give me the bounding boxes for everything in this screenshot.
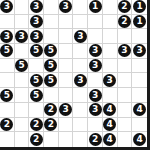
island-circle[interactable]: 4 bbox=[103, 103, 116, 116]
island-circle[interactable]: 2 bbox=[44, 118, 57, 131]
island-number: 3 bbox=[63, 105, 69, 114]
island-circle[interactable]: 3 bbox=[118, 44, 131, 57]
cell-r9c1[interactable]: 2 bbox=[0, 118, 15, 133]
cell-r10c1[interactable] bbox=[0, 132, 15, 147]
cell-r5c4[interactable]: 5 bbox=[44, 59, 59, 74]
cell-r8c4[interactable]: 2 bbox=[44, 103, 59, 118]
island-circle[interactable]: 2 bbox=[118, 15, 131, 28]
island-circle[interactable]: 3 bbox=[0, 0, 13, 13]
cell-r4c6[interactable] bbox=[73, 44, 88, 59]
cell-r9c10[interactable] bbox=[132, 118, 147, 133]
cell-r4c9[interactable]: 3 bbox=[118, 44, 133, 59]
cell-r3c8[interactable] bbox=[103, 29, 118, 44]
island-circle[interactable]: 3 bbox=[15, 30, 28, 43]
island-number: 3 bbox=[92, 91, 98, 100]
island-number: 3 bbox=[92, 61, 98, 70]
cell-r6c1[interactable] bbox=[0, 73, 15, 88]
cell-r7c3[interactable]: 5 bbox=[29, 88, 44, 103]
cell-r7c10[interactable] bbox=[132, 88, 147, 103]
island-number: 2 bbox=[121, 2, 127, 11]
cell-r6c10[interactable] bbox=[132, 73, 147, 88]
cell-r1c2[interactable] bbox=[15, 0, 30, 15]
island-number: 3 bbox=[33, 17, 39, 26]
island-number: 3 bbox=[92, 46, 98, 55]
island-circle[interactable]: 1 bbox=[89, 0, 102, 13]
island-number: 2 bbox=[48, 120, 54, 129]
cell-r3c7[interactable] bbox=[88, 29, 103, 44]
island-circle[interactable]: 3 bbox=[89, 89, 102, 102]
cell-r10c4[interactable] bbox=[44, 132, 59, 147]
island-circle[interactable]: 3 bbox=[30, 15, 43, 28]
island-circle[interactable]: 5 bbox=[0, 44, 13, 57]
cell-r4c7[interactable]: 3 bbox=[88, 44, 103, 59]
island-number: 5 bbox=[33, 76, 39, 85]
island-circle[interactable]: 3 bbox=[89, 59, 102, 72]
cell-r8c8[interactable]: 4 bbox=[103, 103, 118, 118]
island-number: 3 bbox=[107, 76, 113, 85]
island-number: 5 bbox=[48, 46, 54, 55]
cell-r10c5[interactable] bbox=[59, 132, 74, 147]
cell-r1c9[interactable]: 2 bbox=[118, 0, 133, 15]
cell-r10c8[interactable]: 4 bbox=[103, 132, 118, 147]
cell-r3c6[interactable]: 3 bbox=[73, 29, 88, 44]
cell-r6c8[interactable]: 3 bbox=[103, 73, 118, 88]
cell-r4c10[interactable]: 3 bbox=[132, 44, 147, 59]
island-circle[interactable]: 5 bbox=[30, 89, 43, 102]
island-number: 3 bbox=[18, 32, 24, 41]
island-circle[interactable]: 5 bbox=[0, 89, 13, 102]
cell-r10c10[interactable]: 4 bbox=[132, 132, 147, 147]
cell-r9c2[interactable] bbox=[15, 118, 30, 133]
cell-r10c3[interactable]: 2 bbox=[29, 132, 44, 147]
cell-r3c4[interactable] bbox=[44, 29, 59, 44]
island-circle[interactable]: 3 bbox=[59, 0, 72, 13]
island-circle[interactable]: 5 bbox=[44, 74, 57, 87]
cell-r9c7[interactable] bbox=[88, 118, 103, 133]
cell-r4c2[interactable] bbox=[15, 44, 30, 59]
island-number: 3 bbox=[63, 2, 69, 11]
cell-r4c8[interactable] bbox=[103, 44, 118, 59]
cell-r1c5[interactable]: 3 bbox=[59, 0, 74, 15]
cell-r2c3[interactable]: 3 bbox=[29, 15, 44, 30]
island-number: 3 bbox=[4, 2, 10, 11]
island-circle[interactable]: 2 bbox=[30, 133, 43, 146]
cell-r3c2[interactable]: 3 bbox=[15, 29, 30, 44]
island-circle[interactable]: 1 bbox=[133, 15, 146, 28]
cell-r4c4[interactable]: 5 bbox=[44, 44, 59, 59]
island-number: 4 bbox=[137, 105, 143, 114]
island-number: 3 bbox=[4, 32, 10, 41]
cell-r5c5[interactable] bbox=[59, 59, 74, 74]
cell-r6c7[interactable] bbox=[88, 73, 103, 88]
island-number: 4 bbox=[137, 135, 143, 144]
cell-r8c9[interactable] bbox=[118, 103, 133, 118]
cell-r8c3[interactable] bbox=[29, 103, 44, 118]
island-number: 5 bbox=[48, 61, 54, 70]
cell-r10c9[interactable] bbox=[118, 132, 133, 147]
island-number: 2 bbox=[33, 120, 39, 129]
cell-r1c6[interactable] bbox=[73, 0, 88, 15]
island-circle[interactable]: 3 bbox=[133, 44, 146, 57]
cell-r9c9[interactable] bbox=[118, 118, 133, 133]
island-circle[interactable]: 3 bbox=[74, 30, 87, 43]
island-number: 1 bbox=[92, 2, 98, 11]
cell-r8c1[interactable] bbox=[0, 103, 15, 118]
cell-r9c5[interactable] bbox=[59, 118, 74, 133]
island-number: 4 bbox=[107, 105, 113, 114]
cell-r2c7[interactable] bbox=[88, 15, 103, 30]
cell-r7c1[interactable]: 5 bbox=[0, 88, 15, 103]
cell-r1c7[interactable]: 1 bbox=[88, 0, 103, 15]
cell-r7c4[interactable] bbox=[44, 88, 59, 103]
island-number: 2 bbox=[92, 135, 98, 144]
island-number: 5 bbox=[18, 61, 24, 70]
island-number: 3 bbox=[121, 46, 127, 55]
cell-r8c7[interactable]: 3 bbox=[88, 103, 103, 118]
island-circle[interactable]: 2 bbox=[118, 0, 131, 13]
cell-r6c3[interactable]: 5 bbox=[29, 73, 44, 88]
cell-r3c10[interactable] bbox=[132, 29, 147, 44]
cell-r2c9[interactable]: 2 bbox=[118, 15, 133, 30]
island-number: 1 bbox=[137, 2, 143, 11]
island-number: 1 bbox=[137, 17, 143, 26]
cell-r10c6[interactable] bbox=[73, 132, 88, 147]
island-number: 4 bbox=[107, 135, 113, 144]
cell-r10c7[interactable]: 2 bbox=[88, 132, 103, 147]
island-number: 5 bbox=[33, 46, 39, 55]
cell-r4c3[interactable]: 5 bbox=[29, 44, 44, 59]
island-circle[interactable]: 4 bbox=[103, 133, 116, 146]
cell-r2c10[interactable]: 1 bbox=[132, 15, 147, 30]
cell-r7c9[interactable] bbox=[118, 88, 133, 103]
cell-r6c9[interactable] bbox=[118, 73, 133, 88]
island-circle[interactable]: 4 bbox=[103, 118, 116, 131]
island-number: 2 bbox=[4, 120, 10, 129]
cell-r7c6[interactable] bbox=[73, 88, 88, 103]
cell-r1c1[interactable]: 3 bbox=[0, 0, 15, 15]
island-circle[interactable]: 5 bbox=[44, 44, 57, 57]
island-number: 5 bbox=[4, 46, 10, 55]
island-number: 3 bbox=[92, 105, 98, 114]
cell-r5c2[interactable]: 5 bbox=[15, 59, 30, 74]
island-number: 3 bbox=[77, 32, 83, 41]
cell-r1c10[interactable]: 1 bbox=[132, 0, 147, 15]
cell-r6c4[interactable]: 5 bbox=[44, 73, 59, 88]
island-number: 5 bbox=[48, 76, 54, 85]
island-number: 2 bbox=[121, 17, 127, 26]
cell-r6c5[interactable] bbox=[59, 73, 74, 88]
cell-r5c9[interactable] bbox=[118, 59, 133, 74]
island-number: 5 bbox=[4, 91, 10, 100]
cell-r5c10[interactable] bbox=[132, 59, 147, 74]
cell-r4c1[interactable]: 5 bbox=[0, 44, 15, 59]
cell-r2c2[interactable] bbox=[15, 15, 30, 30]
island-circle[interactable]: 3 bbox=[0, 30, 13, 43]
island-circle[interactable]: 3 bbox=[74, 74, 87, 87]
cell-r5c3[interactable] bbox=[29, 59, 44, 74]
island-circle[interactable]: 3 bbox=[89, 103, 102, 116]
island-circle[interactable]: 5 bbox=[30, 44, 43, 57]
cell-r6c2[interactable] bbox=[15, 73, 30, 88]
island-circle[interactable]: 2 bbox=[30, 118, 43, 131]
cell-r9c4[interactable]: 2 bbox=[44, 118, 59, 133]
island-number: 2 bbox=[33, 135, 39, 144]
cell-r3c1[interactable]: 3 bbox=[0, 29, 15, 44]
cell-r7c8[interactable] bbox=[103, 88, 118, 103]
cell-r1c8[interactable] bbox=[103, 0, 118, 15]
cell-r3c5[interactable] bbox=[59, 29, 74, 44]
island-circle[interactable]: 2 bbox=[0, 118, 13, 131]
cell-r1c3[interactable]: 3 bbox=[29, 0, 44, 15]
cell-r9c3[interactable]: 2 bbox=[29, 118, 44, 133]
island-circle[interactable]: 5 bbox=[30, 74, 43, 87]
cell-r2c6[interactable] bbox=[73, 15, 88, 30]
island-circle[interactable]: 2 bbox=[44, 103, 57, 116]
island-number: 5 bbox=[33, 91, 39, 100]
island-circle[interactable]: 3 bbox=[103, 74, 116, 87]
cell-r5c1[interactable] bbox=[0, 59, 15, 74]
cell-r2c5[interactable] bbox=[59, 15, 74, 30]
cell-r2c8[interactable] bbox=[103, 15, 118, 30]
cell-r2c1[interactable] bbox=[0, 15, 15, 30]
island-circle[interactable]: 3 bbox=[59, 103, 72, 116]
cell-r6c6[interactable]: 3 bbox=[73, 73, 88, 88]
cell-r9c6[interactable] bbox=[73, 118, 88, 133]
cell-r8c6[interactable] bbox=[73, 103, 88, 118]
cell-r3c9[interactable] bbox=[118, 29, 133, 44]
cell-r7c5[interactable] bbox=[59, 88, 74, 103]
island-number: 2 bbox=[48, 105, 54, 114]
island-circle[interactable]: 5 bbox=[44, 59, 57, 72]
island-circle[interactable]: 3 bbox=[30, 0, 43, 13]
cell-r8c5[interactable]: 3 bbox=[59, 103, 74, 118]
island-circle[interactable]: 2 bbox=[89, 133, 102, 146]
cell-r9c8[interactable]: 4 bbox=[103, 118, 118, 133]
island-number: 3 bbox=[33, 2, 39, 11]
island-circle[interactable]: 4 bbox=[133, 103, 146, 116]
cell-r5c8[interactable] bbox=[103, 59, 118, 74]
cell-r7c2[interactable] bbox=[15, 88, 30, 103]
cell-r8c2[interactable] bbox=[15, 103, 30, 118]
island-number: 3 bbox=[33, 32, 39, 41]
island-circle[interactable]: 3 bbox=[89, 44, 102, 57]
cell-r7c7[interactable]: 3 bbox=[88, 88, 103, 103]
island-number: 3 bbox=[77, 76, 83, 85]
island-circle[interactable]: 4 bbox=[133, 133, 146, 146]
island-circle[interactable]: 3 bbox=[30, 30, 43, 43]
bridges-board: 3331213213333555333553553355323344222422… bbox=[0, 0, 150, 150]
cell-r5c7[interactable]: 3 bbox=[88, 59, 103, 74]
island-number: 4 bbox=[107, 120, 113, 129]
cell-r1c4[interactable] bbox=[44, 0, 59, 15]
cell-r2c4[interactable] bbox=[44, 15, 59, 30]
cell-r8c10[interactable]: 4 bbox=[132, 103, 147, 118]
cell-r5c6[interactable] bbox=[73, 59, 88, 74]
island-circle[interactable]: 5 bbox=[15, 59, 28, 72]
cell-r10c2[interactable] bbox=[15, 132, 30, 147]
island-circle[interactable]: 1 bbox=[133, 0, 146, 13]
island-number: 3 bbox=[137, 46, 143, 55]
cell-r3c3[interactable]: 3 bbox=[29, 29, 44, 44]
cell-r4c5[interactable] bbox=[59, 44, 74, 59]
